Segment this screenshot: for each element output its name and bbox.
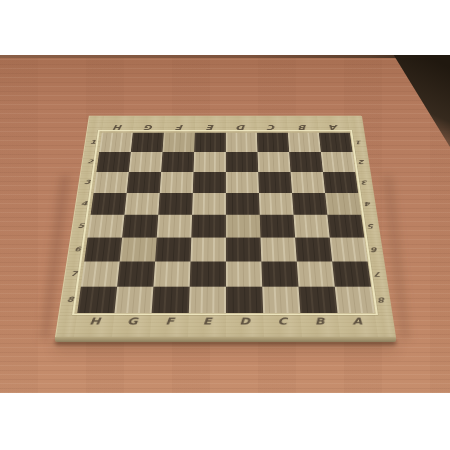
file-label-bottom-g: G (127, 317, 138, 326)
file-label-top-a: A (329, 124, 338, 130)
square-d8[interactable] (226, 287, 263, 313)
square-h4[interactable] (91, 193, 127, 215)
photo-page: HGFEDCBA1122334455667788HGFEDCBA (0, 0, 450, 450)
file-label-top-e: E (207, 124, 214, 130)
file-label-bottom-a: A (352, 317, 363, 326)
top-rail-cell: H (102, 116, 135, 133)
square-g5[interactable] (122, 215, 158, 238)
square-b7[interactable] (297, 262, 335, 287)
right-rail-cell: 1 (350, 133, 368, 152)
bottom-rail-cell: G (112, 313, 152, 338)
rank-label-right-5: 5 (367, 223, 374, 229)
square-a6[interactable] (330, 238, 368, 262)
rank-label-right-8: 8 (378, 296, 386, 303)
rank-label-left-7: 7 (70, 271, 78, 278)
square-f4[interactable] (158, 193, 193, 215)
bottom-rail-cell: F (150, 313, 189, 338)
square-d1[interactable] (226, 133, 258, 152)
square-e1[interactable] (194, 133, 226, 152)
square-c2[interactable] (257, 152, 290, 172)
square-g3[interactable] (127, 172, 161, 193)
square-d4[interactable] (226, 193, 260, 215)
top-rail-cell: D (226, 116, 257, 133)
right-rail-cell: 3 (355, 172, 374, 193)
top-rail-cell: A (317, 116, 350, 133)
square-h5[interactable] (88, 215, 125, 238)
file-label-top-f: F (176, 124, 184, 130)
square-g8[interactable] (114, 287, 153, 313)
square-g2[interactable] (129, 152, 163, 172)
top-rail-cell: E (195, 116, 226, 133)
square-e6[interactable] (191, 238, 226, 262)
top-rail-cell: B (287, 116, 319, 133)
square-f8[interactable] (152, 287, 190, 313)
bottom-rail-cell: C (263, 313, 302, 338)
square-b2[interactable] (289, 152, 323, 172)
square-d3[interactable] (226, 172, 259, 193)
square-a3[interactable] (323, 172, 358, 193)
board-front-edge (55, 337, 396, 342)
file-label-bottom-e: E (203, 317, 212, 326)
square-h6[interactable] (84, 238, 122, 262)
rank-label-left-2: 2 (87, 159, 94, 164)
square-a7[interactable] (332, 262, 371, 287)
photo: HGFEDCBA1122334455667788HGFEDCBA (0, 55, 450, 393)
top-rail-cell: C (256, 116, 288, 133)
square-a4[interactable] (325, 193, 361, 215)
square-c1[interactable] (257, 133, 289, 152)
square-c5[interactable] (260, 215, 295, 238)
square-e3[interactable] (193, 172, 226, 193)
square-f2[interactable] (161, 152, 194, 172)
rank-label-right-4: 4 (364, 201, 371, 207)
square-b4[interactable] (292, 193, 327, 215)
bottom-rail-cell: E (188, 313, 226, 338)
square-a2[interactable] (321, 152, 355, 172)
table-far-edge (0, 55, 450, 58)
square-g1[interactable] (131, 133, 164, 152)
square-f6[interactable] (155, 238, 191, 262)
square-c6[interactable] (261, 238, 297, 262)
frame-corner (348, 116, 365, 133)
square-h1[interactable] (99, 133, 133, 152)
square-e4[interactable] (192, 193, 226, 215)
square-c8[interactable] (262, 287, 300, 313)
bottom-rail-cell: B (300, 313, 340, 338)
square-e8[interactable] (189, 287, 226, 313)
rank-label-left-4: 4 (81, 201, 88, 207)
rank-label-left-1: 1 (90, 140, 96, 145)
file-label-bottom-b: B (314, 317, 325, 326)
rank-label-left-8: 8 (67, 296, 75, 303)
bottom-rail-cell: H (74, 313, 115, 338)
square-f7[interactable] (153, 262, 190, 287)
square-d5[interactable] (226, 215, 261, 238)
top-rail-cell: F (164, 116, 196, 133)
square-h2[interactable] (96, 152, 130, 172)
file-label-bottom-d: D (239, 317, 250, 326)
file-label-bottom-c: C (277, 317, 287, 326)
square-h8[interactable] (77, 287, 117, 313)
square-b5[interactable] (294, 215, 330, 238)
square-e5[interactable] (191, 215, 226, 238)
square-g6[interactable] (120, 238, 157, 262)
square-g7[interactable] (117, 262, 155, 287)
right-rail-cell: 5 (361, 215, 381, 238)
square-b1[interactable] (288, 133, 321, 152)
square-a1[interactable] (319, 133, 353, 152)
right-rail-cell: 2 (352, 152, 370, 172)
file-label-top-g: G (144, 124, 153, 130)
bottom-rail-cell: A (338, 313, 379, 338)
file-label-top-h: H (113, 124, 123, 130)
square-d2[interactable] (226, 152, 258, 172)
square-c4[interactable] (259, 193, 294, 215)
square-a5[interactable] (327, 215, 364, 238)
square-c3[interactable] (258, 172, 292, 193)
square-h7[interactable] (81, 262, 120, 287)
file-label-top-c: C (268, 124, 276, 130)
rank-label-left-5: 5 (77, 223, 84, 229)
rank-label-right-2: 2 (358, 159, 365, 164)
square-b3[interactable] (291, 172, 326, 193)
file-label-bottom-f: F (165, 317, 174, 326)
file-label-top-b: B (299, 124, 308, 130)
rank-label-right-6: 6 (371, 246, 378, 252)
frame-corner (375, 313, 396, 338)
bottom-rail-cell: D (226, 313, 264, 338)
rank-label-right-3: 3 (361, 179, 368, 185)
right-rail-cell: 6 (364, 238, 384, 262)
square-e7[interactable] (190, 262, 226, 287)
file-label-bottom-h: H (89, 317, 101, 326)
rank-label-right-7: 7 (374, 271, 382, 278)
board-perspective-wrap: HGFEDCBA1122334455667788HGFEDCBA (55, 116, 395, 337)
photo-top-margin (0, 0, 450, 55)
square-d7[interactable] (226, 262, 262, 287)
square-b6[interactable] (295, 238, 332, 262)
square-b8[interactable] (299, 287, 338, 313)
square-c7[interactable] (261, 262, 298, 287)
top-rail-cell: G (133, 116, 165, 133)
chess-board: HGFEDCBA1122334455667788HGFEDCBA (55, 116, 395, 337)
square-d6[interactable] (226, 238, 261, 262)
rank-label-left-6: 6 (74, 246, 81, 252)
rank-label-right-1: 1 (355, 140, 361, 145)
right-rail-cell: 4 (358, 193, 377, 215)
square-f5[interactable] (157, 215, 192, 238)
file-label-top-d: D (237, 124, 246, 130)
square-a8[interactable] (335, 287, 375, 313)
photo-bottom-margin (0, 393, 450, 450)
rank-label-left-3: 3 (84, 179, 91, 185)
square-e2[interactable] (194, 152, 226, 172)
square-g4[interactable] (124, 193, 159, 215)
square-f3[interactable] (160, 172, 194, 193)
square-f1[interactable] (163, 133, 195, 152)
square-h3[interactable] (94, 172, 129, 193)
